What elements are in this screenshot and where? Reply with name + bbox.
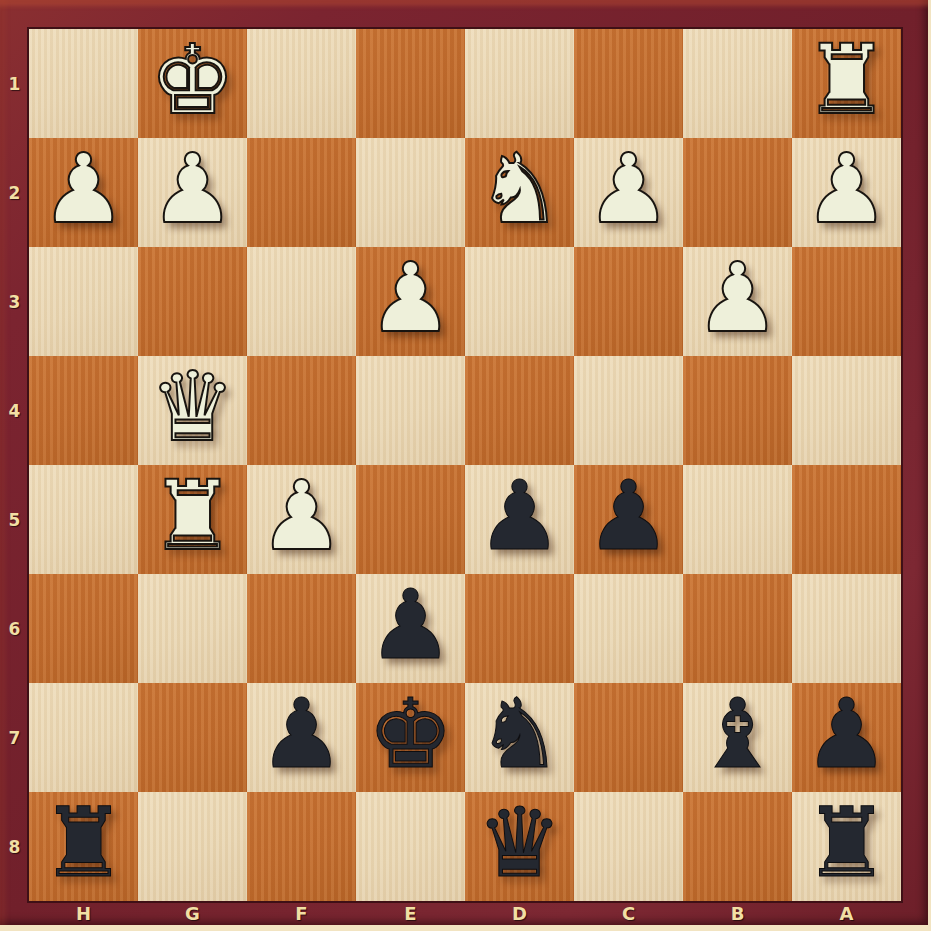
square-g8[interactable]: [138, 792, 247, 901]
square-a7[interactable]: ♟: [792, 683, 901, 792]
file-label-b: B: [683, 901, 792, 925]
square-c1[interactable]: [574, 29, 683, 138]
square-f4[interactable]: [247, 356, 356, 465]
white-pawn-f5[interactable]: ♟: [258, 462, 344, 571]
rank-label-2: 2: [0, 138, 29, 247]
square-b2[interactable]: [683, 138, 792, 247]
square-g7[interactable]: [138, 683, 247, 792]
file-label-f: F: [247, 901, 356, 925]
square-f2[interactable]: [247, 138, 356, 247]
square-a5[interactable]: [792, 465, 901, 574]
square-c6[interactable]: [574, 574, 683, 683]
square-f6[interactable]: [247, 574, 356, 683]
square-e6[interactable]: ♟: [356, 574, 465, 683]
square-b5[interactable]: [683, 465, 792, 574]
black-pawn-a7[interactable]: ♟: [803, 680, 889, 789]
rank-label-4: 4: [0, 356, 29, 465]
square-e8[interactable]: [356, 792, 465, 901]
white-pawn-a2[interactable]: ♟: [803, 135, 889, 244]
white-pawn-b3[interactable]: ♟: [694, 244, 780, 353]
square-d8[interactable]: ♛: [465, 792, 574, 901]
square-b1[interactable]: [683, 29, 792, 138]
square-e7[interactable]: ♚: [356, 683, 465, 792]
square-g3[interactable]: [138, 247, 247, 356]
square-h2[interactable]: ♟: [29, 138, 138, 247]
square-e1[interactable]: [356, 29, 465, 138]
white-pawn-c2[interactable]: ♟: [585, 135, 671, 244]
square-a8[interactable]: ♜: [792, 792, 901, 901]
white-king-g1[interactable]: ♚: [149, 26, 235, 135]
square-f1[interactable]: [247, 29, 356, 138]
white-rook-a1[interactable]: ♜: [803, 26, 889, 135]
square-e5[interactable]: [356, 465, 465, 574]
square-g5[interactable]: ♜: [138, 465, 247, 574]
square-h4[interactable]: [29, 356, 138, 465]
white-rook-g5[interactable]: ♜: [149, 462, 235, 571]
rank-labels: 12345678: [0, 29, 29, 901]
file-labels: HGFEDCBA: [29, 901, 901, 925]
square-c5[interactable]: ♟: [574, 465, 683, 574]
square-d6[interactable]: [465, 574, 574, 683]
square-e3[interactable]: ♟: [356, 247, 465, 356]
square-h3[interactable]: [29, 247, 138, 356]
square-h6[interactable]: [29, 574, 138, 683]
square-f5[interactable]: ♟: [247, 465, 356, 574]
square-h5[interactable]: [29, 465, 138, 574]
square-c2[interactable]: ♟: [574, 138, 683, 247]
square-d4[interactable]: [465, 356, 574, 465]
rank-label-3: 3: [0, 247, 29, 356]
square-d1[interactable]: [465, 29, 574, 138]
chess-board[interactable]: ♚♜♟♟♞♟♟♟♟♛♜♟♟♟♟♟♚♞♝♟♜♛♜: [29, 29, 901, 901]
black-pawn-d5[interactable]: ♟: [476, 462, 562, 571]
square-b8[interactable]: [683, 792, 792, 901]
white-pawn-h2[interactable]: ♟: [40, 135, 126, 244]
black-rook-a8[interactable]: ♜: [803, 789, 889, 898]
white-pawn-e3[interactable]: ♟: [367, 244, 453, 353]
square-e2[interactable]: [356, 138, 465, 247]
square-f7[interactable]: ♟: [247, 683, 356, 792]
square-a4[interactable]: [792, 356, 901, 465]
file-label-h: H: [29, 901, 138, 925]
square-a2[interactable]: ♟: [792, 138, 901, 247]
square-c4[interactable]: [574, 356, 683, 465]
rank-label-6: 6: [0, 574, 29, 683]
black-pawn-c5[interactable]: ♟: [585, 462, 671, 571]
black-king-e7[interactable]: ♚: [367, 680, 453, 789]
file-label-a: A: [792, 901, 901, 925]
square-a3[interactable]: [792, 247, 901, 356]
square-g6[interactable]: [138, 574, 247, 683]
square-h8[interactable]: ♜: [29, 792, 138, 901]
square-g2[interactable]: ♟: [138, 138, 247, 247]
rank-label-1: 1: [0, 29, 29, 138]
square-a1[interactable]: ♜: [792, 29, 901, 138]
square-c7[interactable]: [574, 683, 683, 792]
black-queen-d8[interactable]: ♛: [476, 789, 562, 898]
white-pawn-g2[interactable]: ♟: [149, 135, 235, 244]
square-d5[interactable]: ♟: [465, 465, 574, 574]
square-h1[interactable]: [29, 29, 138, 138]
black-bishop-b7[interactable]: ♝: [694, 680, 780, 789]
square-e4[interactable]: [356, 356, 465, 465]
square-g1[interactable]: ♚: [138, 29, 247, 138]
square-g4[interactable]: ♛: [138, 356, 247, 465]
file-label-d: D: [465, 901, 574, 925]
black-pawn-e6[interactable]: ♟: [367, 571, 453, 680]
white-knight-d2[interactable]: ♞: [476, 135, 562, 244]
square-d2[interactable]: ♞: [465, 138, 574, 247]
file-label-e: E: [356, 901, 465, 925]
white-queen-g4[interactable]: ♛: [149, 353, 235, 462]
file-label-c: C: [574, 901, 683, 925]
rank-label-8: 8: [0, 792, 29, 901]
square-h7[interactable]: [29, 683, 138, 792]
black-rook-h8[interactable]: ♜: [40, 789, 126, 898]
square-d3[interactable]: [465, 247, 574, 356]
black-knight-d7[interactable]: ♞: [476, 680, 562, 789]
square-b3[interactable]: ♟: [683, 247, 792, 356]
square-f8[interactable]: [247, 792, 356, 901]
rank-label-5: 5: [0, 465, 29, 574]
file-label-g: G: [138, 901, 247, 925]
rank-label-7: 7: [0, 683, 29, 792]
square-a6[interactable]: [792, 574, 901, 683]
square-b6[interactable]: [683, 574, 792, 683]
square-b7[interactable]: ♝: [683, 683, 792, 792]
black-pawn-f7[interactable]: ♟: [258, 680, 344, 789]
square-d7[interactable]: ♞: [465, 683, 574, 792]
square-c3[interactable]: [574, 247, 683, 356]
square-c8[interactable]: [574, 792, 683, 901]
square-f3[interactable]: [247, 247, 356, 356]
square-b4[interactable]: [683, 356, 792, 465]
